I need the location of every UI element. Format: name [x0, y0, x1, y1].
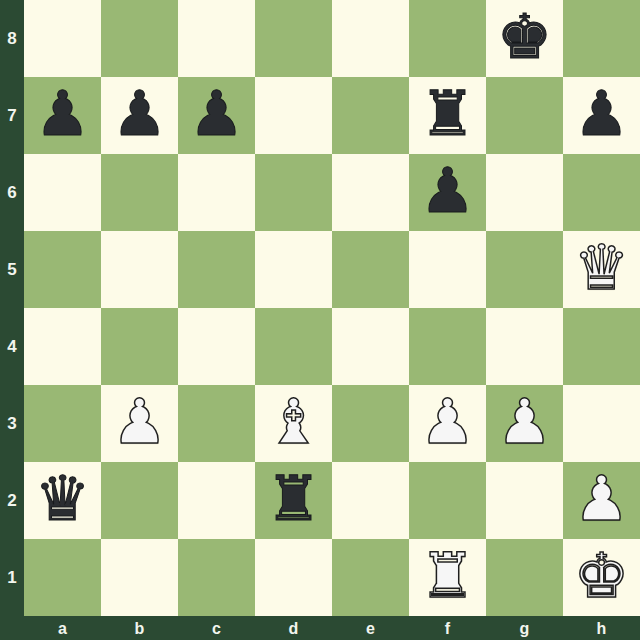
- square-h7[interactable]: ♟: [563, 77, 640, 154]
- square-g4[interactable]: [486, 308, 563, 385]
- black-queen[interactable]: ♛: [35, 468, 91, 530]
- square-c7[interactable]: ♟: [178, 77, 255, 154]
- square-b6[interactable]: [101, 154, 178, 231]
- white-king[interactable]: ♚: [574, 545, 630, 607]
- file-label-g: g: [486, 616, 563, 640]
- square-f3[interactable]: ♟: [409, 385, 486, 462]
- square-e2[interactable]: [332, 462, 409, 539]
- square-e5[interactable]: [332, 231, 409, 308]
- black-pawn[interactable]: ♟: [420, 160, 476, 222]
- square-f1[interactable]: ♜: [409, 539, 486, 616]
- square-b1[interactable]: [101, 539, 178, 616]
- square-d6[interactable]: [255, 154, 332, 231]
- chess-board[interactable]: ♚♟♟♟♜♟♟♛♟♝♟♟♛♜♟♜♚: [24, 0, 640, 616]
- square-b7[interactable]: ♟: [101, 77, 178, 154]
- rank-label-3: 3: [0, 385, 24, 462]
- white-rook[interactable]: ♜: [420, 545, 476, 607]
- square-h1[interactable]: ♚: [563, 539, 640, 616]
- file-label-f: f: [409, 616, 486, 640]
- square-c4[interactable]: [178, 308, 255, 385]
- file-labels: abcdefgh: [24, 616, 640, 640]
- square-c1[interactable]: [178, 539, 255, 616]
- black-pawn[interactable]: ♟: [112, 83, 168, 145]
- square-c8[interactable]: [178, 0, 255, 77]
- file-label-b: b: [101, 616, 178, 640]
- square-h4[interactable]: [563, 308, 640, 385]
- square-a1[interactable]: [24, 539, 101, 616]
- board-border-corner: [0, 616, 24, 640]
- square-g8[interactable]: ♚: [486, 0, 563, 77]
- chess-board-frame: 87654321 ♚♟♟♟♜♟♟♛♟♝♟♟♛♜♟♜♚ abcdefgh: [0, 0, 640, 640]
- rank-label-7: 7: [0, 77, 24, 154]
- black-rook[interactable]: ♜: [266, 468, 322, 530]
- rank-label-5: 5: [0, 231, 24, 308]
- black-pawn[interactable]: ♟: [189, 83, 245, 145]
- square-d1[interactable]: [255, 539, 332, 616]
- square-e4[interactable]: [332, 308, 409, 385]
- square-g1[interactable]: [486, 539, 563, 616]
- rank-labels: 87654321: [0, 0, 24, 616]
- black-rook[interactable]: ♜: [420, 83, 476, 145]
- white-bishop[interactable]: ♝: [266, 391, 322, 453]
- square-e6[interactable]: [332, 154, 409, 231]
- square-c6[interactable]: [178, 154, 255, 231]
- square-h3[interactable]: [563, 385, 640, 462]
- square-g5[interactable]: [486, 231, 563, 308]
- square-e3[interactable]: [332, 385, 409, 462]
- square-b2[interactable]: [101, 462, 178, 539]
- black-king[interactable]: ♚: [497, 6, 553, 68]
- rank-label-1: 1: [0, 539, 24, 616]
- rank-label-8: 8: [0, 0, 24, 77]
- rank-label-6: 6: [0, 154, 24, 231]
- square-c3[interactable]: [178, 385, 255, 462]
- square-a6[interactable]: [24, 154, 101, 231]
- square-e8[interactable]: [332, 0, 409, 77]
- square-e1[interactable]: [332, 539, 409, 616]
- square-c5[interactable]: [178, 231, 255, 308]
- square-c2[interactable]: [178, 462, 255, 539]
- square-d3[interactable]: ♝: [255, 385, 332, 462]
- square-a5[interactable]: [24, 231, 101, 308]
- file-label-a: a: [24, 616, 101, 640]
- file-label-e: e: [332, 616, 409, 640]
- rank-label-4: 4: [0, 308, 24, 385]
- square-d2[interactable]: ♜: [255, 462, 332, 539]
- square-b3[interactable]: ♟: [101, 385, 178, 462]
- white-pawn[interactable]: ♟: [574, 468, 630, 530]
- square-g3[interactable]: ♟: [486, 385, 563, 462]
- square-b8[interactable]: [101, 0, 178, 77]
- square-a2[interactable]: ♛: [24, 462, 101, 539]
- square-a8[interactable]: [24, 0, 101, 77]
- square-f7[interactable]: ♜: [409, 77, 486, 154]
- file-label-d: d: [255, 616, 332, 640]
- square-b5[interactable]: [101, 231, 178, 308]
- white-pawn[interactable]: ♟: [497, 391, 553, 453]
- square-h6[interactable]: [563, 154, 640, 231]
- square-f4[interactable]: [409, 308, 486, 385]
- square-g7[interactable]: [486, 77, 563, 154]
- square-h5[interactable]: ♛: [563, 231, 640, 308]
- white-pawn[interactable]: ♟: [420, 391, 476, 453]
- file-label-c: c: [178, 616, 255, 640]
- rank-label-2: 2: [0, 462, 24, 539]
- square-a7[interactable]: ♟: [24, 77, 101, 154]
- white-queen[interactable]: ♛: [574, 237, 630, 299]
- square-d5[interactable]: [255, 231, 332, 308]
- square-f5[interactable]: [409, 231, 486, 308]
- black-pawn[interactable]: ♟: [574, 83, 630, 145]
- square-a4[interactable]: [24, 308, 101, 385]
- square-h2[interactable]: ♟: [563, 462, 640, 539]
- square-f2[interactable]: [409, 462, 486, 539]
- white-pawn[interactable]: ♟: [112, 391, 168, 453]
- square-f8[interactable]: [409, 0, 486, 77]
- square-f6[interactable]: ♟: [409, 154, 486, 231]
- black-pawn[interactable]: ♟: [35, 83, 91, 145]
- square-d7[interactable]: [255, 77, 332, 154]
- square-d4[interactable]: [255, 308, 332, 385]
- square-h8[interactable]: [563, 0, 640, 77]
- square-g2[interactable]: [486, 462, 563, 539]
- square-d8[interactable]: [255, 0, 332, 77]
- square-e7[interactable]: [332, 77, 409, 154]
- square-g6[interactable]: [486, 154, 563, 231]
- square-a3[interactable]: [24, 385, 101, 462]
- square-b4[interactable]: [101, 308, 178, 385]
- file-label-h: h: [563, 616, 640, 640]
